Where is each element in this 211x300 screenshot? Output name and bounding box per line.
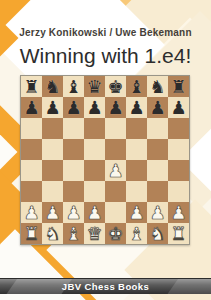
piece-white-pawn-b2: ♟ (42, 202, 63, 223)
square-h4 (168, 160, 189, 181)
piece-white-bishop-c1: ♝ (63, 223, 84, 244)
square-c2: ♟ (63, 202, 84, 223)
square-d5 (84, 139, 105, 160)
piece-black-knight-g8: ♞ (147, 76, 168, 97)
piece-black-pawn-c7: ♟ (63, 97, 84, 118)
square-d1: ♛ (84, 223, 105, 244)
square-e2 (105, 202, 126, 223)
square-d2: ♟ (84, 202, 105, 223)
square-h6 (168, 118, 189, 139)
piece-black-pawn-h7: ♟ (168, 97, 189, 118)
square-b3 (42, 181, 63, 202)
square-g4 (147, 160, 168, 181)
square-a1: ♜ (21, 223, 42, 244)
square-c8: ♝ (63, 76, 84, 97)
piece-white-queen-d1: ♛ (84, 223, 105, 244)
square-e6 (105, 118, 126, 139)
publisher-bar: JBV Chess Books (0, 278, 211, 294)
square-a4 (21, 160, 42, 181)
square-g6 (147, 118, 168, 139)
square-f4 (126, 160, 147, 181)
square-d6 (84, 118, 105, 139)
square-e4: ♟ (105, 160, 126, 181)
square-h8: ♜ (168, 76, 189, 97)
square-b8: ♞ (42, 76, 63, 97)
square-f7: ♟ (126, 97, 147, 118)
square-f1: ♝ (126, 223, 147, 244)
piece-white-king-e1: ♚ (105, 223, 126, 244)
square-g1: ♞ (147, 223, 168, 244)
square-g2: ♟ (147, 202, 168, 223)
square-d4 (84, 160, 105, 181)
piece-white-knight-g1: ♞ (147, 223, 168, 244)
square-g7: ♟ (147, 97, 168, 118)
square-d7: ♟ (84, 97, 105, 118)
square-a5 (21, 139, 42, 160)
square-h7: ♟ (168, 97, 189, 118)
square-e7: ♟ (105, 97, 126, 118)
piece-black-king-e8: ♚ (105, 76, 126, 97)
square-h1: ♜ (168, 223, 189, 244)
square-d3 (84, 181, 105, 202)
square-h2: ♟ (168, 202, 189, 223)
square-g8: ♞ (147, 76, 168, 97)
square-c3 (63, 181, 84, 202)
square-c1: ♝ (63, 223, 84, 244)
square-c5 (63, 139, 84, 160)
piece-white-pawn-f2: ♟ (126, 202, 147, 223)
piece-black-rook-a8: ♜ (21, 76, 42, 97)
square-b2: ♟ (42, 202, 63, 223)
piece-white-pawn-e4: ♟ (105, 160, 126, 181)
square-e5 (105, 139, 126, 160)
book-cover: Jerzy Konikowski / Uwe Bekemann Winning … (0, 0, 211, 300)
piece-white-pawn-d2: ♟ (84, 202, 105, 223)
piece-black-bishop-f8: ♝ (126, 76, 147, 97)
square-h3 (168, 181, 189, 202)
square-h5 (168, 139, 189, 160)
square-c6 (63, 118, 84, 139)
piece-black-knight-b8: ♞ (42, 76, 63, 97)
book-title: Winning with 1.e4! (0, 44, 211, 68)
square-g5 (147, 139, 168, 160)
piece-white-rook-a1: ♜ (21, 223, 42, 244)
piece-black-bishop-c8: ♝ (63, 76, 84, 97)
piece-white-pawn-g2: ♟ (147, 202, 168, 223)
square-f3 (126, 181, 147, 202)
piece-black-pawn-d7: ♟ (84, 97, 105, 118)
square-a2: ♟ (21, 202, 42, 223)
piece-black-pawn-f7: ♟ (126, 97, 147, 118)
square-a7: ♟ (21, 97, 42, 118)
square-a3 (21, 181, 42, 202)
piece-black-rook-h8: ♜ (168, 76, 189, 97)
piece-black-queen-d8: ♛ (84, 76, 105, 97)
piece-black-pawn-e7: ♟ (105, 97, 126, 118)
square-b1: ♞ (42, 223, 63, 244)
square-b4 (42, 160, 63, 181)
piece-white-bishop-f1: ♝ (126, 223, 147, 244)
piece-black-pawn-g7: ♟ (147, 97, 168, 118)
square-d8: ♛ (84, 76, 105, 97)
square-b7: ♟ (42, 97, 63, 118)
chess-board: ♜♞♝♛♚♝♞♜♟♟♟♟♟♟♟♟♟♟♟♟♟♟♟♟♜♞♝♛♚♝♞♜ (20, 75, 190, 245)
piece-black-pawn-b7: ♟ (42, 97, 63, 118)
square-f2: ♟ (126, 202, 147, 223)
publisher-label: JBV Chess Books (0, 279, 211, 294)
square-f5 (126, 139, 147, 160)
authors-line: Jerzy Konikowski / Uwe Bekemann (0, 27, 211, 38)
piece-black-pawn-a7: ♟ (21, 97, 42, 118)
square-g3 (147, 181, 168, 202)
square-f8: ♝ (126, 76, 147, 97)
square-e8: ♚ (105, 76, 126, 97)
square-e3 (105, 181, 126, 202)
piece-white-pawn-h2: ♟ (168, 202, 189, 223)
square-c7: ♟ (63, 97, 84, 118)
square-b5 (42, 139, 63, 160)
square-a6 (21, 118, 42, 139)
square-b6 (42, 118, 63, 139)
piece-white-pawn-c2: ♟ (63, 202, 84, 223)
square-a8: ♜ (21, 76, 42, 97)
square-c4 (63, 160, 84, 181)
piece-white-rook-h1: ♜ (168, 223, 189, 244)
piece-white-knight-b1: ♞ (42, 223, 63, 244)
square-e1: ♚ (105, 223, 126, 244)
piece-white-pawn-a2: ♟ (21, 202, 42, 223)
square-f6 (126, 118, 147, 139)
